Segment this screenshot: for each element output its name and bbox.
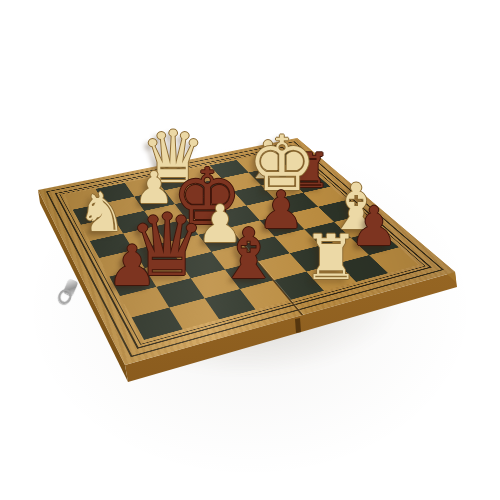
- piece-light-knight-a6: ♞: [78, 186, 126, 240]
- piece-dark-pawn-a3: ♟: [107, 238, 157, 294]
- chess-set-photo: ♛♟♝♞♚♜♚♟♟♟♛♝♝♟♜: [0, 0, 500, 500]
- piece-light-rook-f1: ♜: [303, 227, 359, 289]
- piece-dark-bishop-d2: ♝: [218, 219, 281, 289]
- pieces-layer: ♛♟♝♞♚♜♚♟♟♟♛♝♝♟♜: [0, 0, 500, 500]
